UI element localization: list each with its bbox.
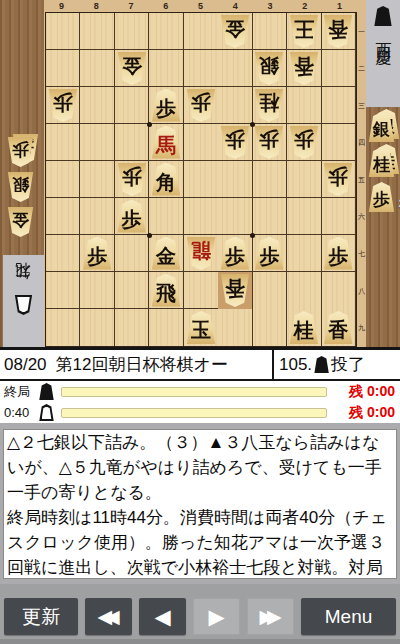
board-square-4-9 (218, 309, 252, 346)
board-square-6-5: 角 (149, 161, 183, 198)
board-square-4-2 (218, 50, 252, 87)
shogi-piece-gote-龍: 龍 (186, 237, 216, 270)
board-square-9-1 (46, 13, 80, 50)
piece-glyph: 龍 (191, 241, 211, 261)
piece-glyph: 角 (156, 172, 176, 192)
move-text: 投了 (331, 353, 365, 376)
shogi-piece-sente-馬: 馬 (151, 126, 181, 159)
board-square-5-6 (184, 198, 218, 235)
board-square-5-9: 玉 (184, 309, 218, 346)
board-square-9-9 (46, 309, 80, 346)
shogi-piece-gote-銀: 銀 (7, 172, 34, 202)
shogi-piece-gote-銀: 銀 (254, 52, 284, 85)
board-square-2-7 (287, 235, 321, 272)
board-square-6-6 (149, 198, 183, 235)
shogi-piece-gote-歩: 歩 (220, 126, 250, 159)
piece-glyph: 香 (294, 56, 314, 76)
shogi-piece-gote-香: 香 (323, 15, 353, 48)
hand-piece-gote-金: 金 (7, 207, 37, 237)
board-square-1-5: 歩 (322, 161, 356, 198)
board-square-9-7 (46, 235, 80, 272)
board-square-7-6: 歩 (115, 198, 149, 235)
bottom-toolbar: 更新 ◀◀ ◀ ▶ ▶▶ Menu (0, 584, 400, 644)
shogi-piece-gote-歩: 歩 (289, 126, 319, 159)
piece-glyph: 歩 (122, 209, 142, 229)
board-square-6-3: 歩 (149, 87, 183, 124)
rewind-icon: ◀◀ (97, 607, 112, 626)
hand-piece-gote-歩: 歩歩 (7, 137, 37, 167)
sente-clock-row: 終局 残 0:00 (0, 381, 400, 402)
game-info: 08/20 第12回朝日杯将棋オー (0, 353, 272, 376)
menu-button[interactable]: Menu (301, 598, 396, 635)
board-square-5-3: 歩 (184, 87, 218, 124)
hand-piece-gote-銀: 銀 (7, 172, 37, 202)
board-square-6-7: 金 (149, 235, 183, 272)
sente-hand-pieces: 銀銀桂桂歩3 (368, 112, 398, 212)
clock-panel: 終局 残 0:00 0:40 残 0:00 (0, 381, 400, 423)
shogi-piece-gote-歩: 歩 (7, 137, 34, 167)
board-square-4-8: 香 (218, 272, 252, 309)
shogi-piece-gote-歩: 歩 (48, 89, 78, 122)
gote-clock-row: 0:40 残 0:00 (0, 402, 400, 423)
shogi-piece-sente-歩: 歩 (117, 200, 147, 233)
shogi-piece-sente-歩: 歩 (151, 89, 181, 122)
fast-forward-button[interactable]: ▶▶ (247, 598, 294, 635)
sente-move-icon (314, 356, 329, 373)
board-square-1-4 (322, 124, 356, 161)
shogi-piece-gote-歩: 歩 (186, 89, 216, 122)
file-label: 3 (253, 0, 288, 12)
board-square-1-6 (322, 198, 356, 235)
file-labels: 987654321 (44, 0, 357, 12)
gote-clock-icon (39, 404, 54, 421)
board-square-8-4 (80, 124, 114, 161)
board-square-8-9 (80, 309, 114, 346)
board-square-1-2 (322, 50, 356, 87)
shogi-piece-gote-桂: 桂 (254, 89, 284, 122)
piece-glyph: 金 (122, 56, 142, 76)
file-label: 2 (287, 0, 322, 12)
board-block: 987654321 金王香金銀香歩歩歩桂馬歩歩歩歩角歩歩歩金龍歩歩歩飛香玉桂香 (44, 0, 357, 347)
piece-glyph: 歩 (373, 191, 390, 208)
board-square-1-3 (322, 87, 356, 124)
piece-glyph: 歩 (225, 246, 245, 266)
board-square-1-9: 香 (322, 309, 356, 346)
commentary-frame: △２七銀以下詰み。（３）▲３八玉なら詰みはないが、△５九竜がやはり詰めろで、受け… (0, 423, 400, 584)
board-square-4-6 (218, 198, 252, 235)
file-label: 9 (44, 0, 79, 12)
sente-player-name: 西川慶 (373, 30, 394, 39)
board-square-8-3 (80, 87, 114, 124)
board-square-5-7: 龍 (184, 235, 218, 272)
piece-glyph: 歩 (191, 93, 211, 113)
board-square-9-5 (46, 161, 80, 198)
sente-name-plate: 西川慶 (366, 0, 400, 107)
piece-glyph: 桂 (259, 93, 279, 113)
board-square-3-7: 歩 (253, 235, 287, 272)
piece-glyph: 歩 (225, 130, 245, 150)
rank-labels: 一二三四五六七八九 (357, 0, 366, 347)
piece-glyph: 歩 (259, 246, 279, 266)
board-square-6-4: 馬 (149, 124, 183, 161)
piece-glyph: 王 (294, 19, 314, 39)
shogi-piece-sente-歩: 歩 (254, 237, 284, 270)
star-point (147, 122, 152, 127)
board-square-7-7 (115, 235, 149, 272)
gote-remaining-time: 残 0:00 (335, 404, 400, 422)
board-square-5-8 (184, 272, 218, 309)
board-square-1-1: 香 (322, 13, 356, 50)
gote-player-name: 知花 (14, 288, 33, 292)
shogi-piece-sente-角: 角 (151, 163, 181, 196)
board-square-3-4: 歩 (253, 124, 287, 161)
step-back-button[interactable]: ◀ (139, 598, 186, 635)
file-label: 5 (183, 0, 218, 12)
piece-glyph: 飛 (156, 283, 176, 303)
piece-glyph: 歩 (87, 246, 107, 266)
shogi-piece-sente-金: 金 (151, 237, 181, 270)
board-square-8-6 (80, 198, 114, 235)
file-label: 1 (322, 0, 357, 12)
rank-label: 七 (357, 235, 366, 272)
sente-piece-icon (374, 6, 392, 26)
board-square-6-2 (149, 50, 183, 87)
board-square-4-1: 金 (218, 13, 252, 50)
commentary-text[interactable]: △２七銀以下詰み。（３）▲３八玉なら詰みはないが、△５九竜がやはり詰めろで、受け… (3, 429, 397, 579)
piece-glyph: 歩 (294, 130, 314, 150)
board-square-8-8 (80, 272, 114, 309)
menu-label: Menu (325, 606, 373, 628)
board-square-3-1 (253, 13, 287, 50)
piece-glyph: 香 (328, 320, 348, 340)
shogi-app-screen: 歩歩銀金 知花 987654321 金王香金銀香歩歩歩桂馬歩歩歩歩角歩歩歩金龍歩… (0, 0, 400, 644)
rewind-button[interactable]: ◀◀ (85, 598, 132, 635)
piece-glyph: 歩 (259, 130, 279, 150)
hand-piece-sente-銀: 銀銀 (368, 112, 398, 142)
board-square-5-1 (184, 13, 218, 50)
piece-glyph: 金 (156, 246, 176, 266)
shogi-piece-gote-金: 金 (220, 15, 250, 48)
board-square-2-6 (287, 198, 321, 235)
piece-glyph: 桂 (294, 320, 314, 340)
shogi-piece-sente-歩: 歩 (82, 237, 112, 270)
gote-stand: 歩歩銀金 知花 (0, 0, 44, 350)
board-square-5-4 (184, 124, 218, 161)
board-square-1-7: 歩 (322, 235, 356, 272)
board-square-4-5 (218, 161, 252, 198)
rank-label: 二 (357, 50, 366, 87)
star-point (250, 122, 255, 127)
board-square-3-3: 桂 (253, 87, 287, 124)
hand-piece-sente-歩: 歩3 (368, 182, 398, 212)
board-square-8-5 (80, 161, 114, 198)
shogi-piece-gote-歩: 歩 (117, 163, 147, 196)
board-square-6-9 (149, 309, 183, 346)
shogi-piece-sente-飛: 飛 (151, 274, 181, 307)
board-square-4-3 (218, 87, 252, 124)
file-label: 6 (148, 0, 183, 12)
sente-stand: 西川慶 銀銀桂桂歩3 (366, 0, 400, 350)
commentary-paragraph: △２七銀以下詰み。（３）▲３八玉なら詰みはないが、△５九竜がやはり詰めろで、受け… (7, 430, 393, 505)
board-square-7-2: 金 (115, 50, 149, 87)
board-area: 歩歩銀金 知花 987654321 金王香金銀香歩歩歩桂馬歩歩歩歩角歩歩歩金龍歩… (0, 0, 400, 350)
rank-label: 九 (357, 309, 366, 346)
shogi-piece-sente-香: 香 (323, 311, 353, 344)
step-back-icon: ◀ (154, 606, 170, 627)
board-square-9-8 (46, 272, 80, 309)
board-square-6-1 (149, 13, 183, 50)
board-square-9-3: 歩 (46, 87, 80, 124)
piece-glyph: 金 (12, 212, 29, 229)
shogi-piece-sente-歩: 歩 (368, 182, 395, 212)
piece-glyph: 銀 (12, 177, 29, 194)
board-square-1-8 (322, 272, 356, 309)
sente-time-bar (61, 387, 327, 397)
shogi-piece-gote-金: 金 (7, 207, 34, 237)
move-number: 105. (279, 355, 312, 375)
piece-glyph: 銀 (259, 56, 279, 76)
piece-glyph: 歩 (156, 98, 176, 118)
sente-clock-label: 終局 (4, 383, 39, 401)
board-square-7-4 (115, 124, 149, 161)
board-square-8-2 (80, 50, 114, 87)
star-point (147, 233, 152, 238)
gote-clock-label: 0:40 (4, 405, 39, 420)
board-square-7-3 (115, 87, 149, 124)
piece-glyph: 歩 (328, 167, 348, 187)
commentary-paragraph: 終局時刻は11時44分。消費時間は両者40分（チェスクロック使用）。勝った知花ア… (7, 505, 393, 579)
gote-piece-icon (15, 295, 33, 315)
board-square-9-6 (46, 198, 80, 235)
shogi-piece-gote-香: 香 (289, 52, 319, 85)
board-square-7-5: 歩 (115, 161, 149, 198)
move-indicator: 105. 投了 (272, 350, 400, 379)
board-square-2-8 (287, 272, 321, 309)
board-square-8-7: 歩 (80, 235, 114, 272)
shogi-piece-sente-桂: 桂 (289, 311, 319, 344)
rank-label: 五 (357, 161, 366, 198)
piece-glyph: 玉 (191, 320, 211, 340)
step-forward-button[interactable]: ▶ (193, 598, 240, 635)
board-square-3-8 (253, 272, 287, 309)
shogi-piece-gote-歩: 歩 (254, 126, 284, 159)
gote-hand-pieces: 歩歩銀金 (7, 137, 37, 237)
rank-label: 八 (357, 272, 366, 309)
hand-piece-sente-桂: 桂桂 (368, 147, 398, 177)
game-date: 08/20 (4, 355, 47, 375)
board-square-7-9 (115, 309, 149, 346)
piece-glyph: 金 (225, 19, 245, 39)
refresh-button[interactable]: 更新 (4, 598, 78, 635)
board-square-9-4 (46, 124, 80, 161)
board-square-2-9: 桂 (287, 309, 321, 346)
board-square-6-8: 飛 (149, 272, 183, 309)
gote-time-bar (61, 408, 327, 418)
piece-glyph: 歩 (53, 93, 73, 113)
piece-glyph: 桂 (373, 156, 390, 173)
shogi-piece-gote-香: 香 (220, 274, 250, 307)
board-square-2-4: 歩 (287, 124, 321, 161)
piece-glyph: 銀 (373, 121, 390, 138)
board-square-3-2: 銀 (253, 50, 287, 87)
step-forward-icon: ▶ (208, 606, 224, 627)
piece-glyph: 歩 (122, 167, 142, 187)
board-square-2-5 (287, 161, 321, 198)
board-square-5-5 (184, 161, 218, 198)
board-square-4-4: 歩 (218, 124, 252, 161)
shogi-piece-gote-金: 金 (117, 52, 147, 85)
board-square-5-2 (184, 50, 218, 87)
file-label: 7 (114, 0, 149, 12)
piece-glyph: 香 (225, 278, 245, 298)
piece-glyph: 歩 (12, 142, 29, 159)
rank-label: 六 (357, 198, 366, 235)
piece-glyph: 香 (328, 19, 348, 39)
piece-glyph: 馬 (156, 135, 176, 155)
fast-forward-icon: ▶▶ (259, 607, 274, 626)
shogi-piece-sente-歩: 歩 (220, 237, 250, 270)
board-square-4-7: 歩 (218, 235, 252, 272)
board-square-3-6 (253, 198, 287, 235)
board-square-9-2 (46, 50, 80, 87)
shogi-piece-gote-王: 王 (289, 15, 319, 48)
star-point (250, 233, 255, 238)
info-bar: 08/20 第12回朝日杯将棋オー 105. 投了 (0, 347, 400, 381)
board-square-3-5 (253, 161, 287, 198)
shogi-piece-gote-歩: 歩 (323, 163, 353, 196)
rank-label: 一 (357, 13, 366, 50)
shogi-board: 金王香金銀香歩歩歩桂馬歩歩歩歩角歩歩歩金龍歩歩歩飛香玉桂香 (45, 12, 357, 347)
board-square-7-1 (115, 13, 149, 50)
rank-label: 三 (357, 87, 366, 124)
board-square-2-2: 香 (287, 50, 321, 87)
event-name: 第12回朝日杯将棋オー (56, 353, 228, 376)
shogi-piece-sente-玉: 玉 (186, 311, 216, 344)
board-square-3-9 (253, 309, 287, 346)
shogi-piece-sente-歩: 歩 (323, 237, 353, 270)
sente-clock-icon (39, 383, 54, 400)
refresh-label: 更新 (22, 604, 60, 630)
sente-remaining-time: 残 0:00 (335, 383, 400, 401)
rank-label: 四 (357, 124, 366, 161)
file-label: 8 (79, 0, 114, 12)
gote-name-plate: 知花 (3, 255, 44, 347)
board-square-2-3 (287, 87, 321, 124)
board-square-2-1: 王 (287, 13, 321, 50)
piece-glyph: 歩 (328, 246, 348, 266)
board-square-8-1 (80, 13, 114, 50)
file-label: 4 (218, 0, 253, 12)
board-square-7-8 (115, 272, 149, 309)
